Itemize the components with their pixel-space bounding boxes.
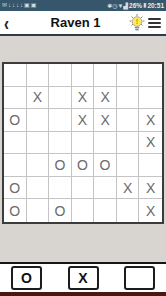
cell-r2c3[interactable] bbox=[49, 87, 72, 110]
battery-icon: ▮ bbox=[143, 0, 146, 11]
cell-r2c5[interactable]: X bbox=[94, 87, 117, 110]
cell-r1c5[interactable] bbox=[94, 64, 117, 87]
cell-r1c3[interactable] bbox=[49, 64, 72, 87]
cell-r3c5[interactable]: X bbox=[94, 109, 117, 132]
cell-r6c4[interactable] bbox=[72, 177, 95, 200]
cell-r4c6[interactable] bbox=[117, 132, 140, 155]
battery-percent: 26% bbox=[129, 0, 142, 11]
cell-r7c3[interactable]: O bbox=[49, 199, 72, 222]
cell-r7c7[interactable]: X bbox=[139, 199, 162, 222]
cell-r7c1[interactable]: O bbox=[4, 199, 27, 222]
cell-r6c2[interactable] bbox=[27, 177, 50, 200]
hint-bulb-icon[interactable]: ! bbox=[129, 14, 145, 32]
mark-x-button[interactable]: X bbox=[68, 266, 99, 290]
cell-r6c1[interactable]: O bbox=[4, 177, 27, 200]
back-button[interactable]: ‹ bbox=[4, 6, 22, 38]
cell-r1c6[interactable] bbox=[117, 64, 140, 87]
cell-r5c5[interactable]: O bbox=[94, 154, 117, 177]
cell-r5c6[interactable] bbox=[117, 154, 140, 177]
mark-o-button[interactable]: O bbox=[11, 266, 42, 290]
cell-r2c2[interactable]: X bbox=[27, 87, 50, 110]
cell-r3c6[interactable] bbox=[117, 109, 140, 132]
cell-r7c6[interactable] bbox=[117, 199, 140, 222]
cell-r4c5[interactable] bbox=[94, 132, 117, 155]
cell-r7c5[interactable] bbox=[94, 199, 117, 222]
app-icon: ▣ bbox=[31, 0, 37, 11]
cell-r2c6[interactable] bbox=[117, 87, 140, 110]
status-system-icons: ✱◷▼▟ bbox=[107, 0, 128, 12]
cell-r3c2[interactable] bbox=[27, 109, 50, 132]
mark-empty-button[interactable] bbox=[124, 266, 155, 290]
svg-text:!: ! bbox=[136, 17, 139, 26]
app-icon: ▣ bbox=[24, 0, 30, 11]
content-area: XXXOXXXXOOOOXXOOX bbox=[0, 36, 166, 262]
cell-r5c1[interactable] bbox=[4, 154, 27, 177]
menu-icon[interactable] bbox=[148, 18, 162, 28]
signal-icon: ▟ bbox=[123, 3, 128, 9]
cell-r5c2[interactable] bbox=[27, 154, 50, 177]
cell-r6c3[interactable] bbox=[49, 177, 72, 200]
cell-r3c1[interactable]: O bbox=[4, 109, 27, 132]
cell-r6c6[interactable]: X bbox=[117, 177, 140, 200]
cell-r2c1[interactable] bbox=[4, 87, 27, 110]
cell-r5c7[interactable] bbox=[139, 154, 162, 177]
cell-r4c2[interactable] bbox=[27, 132, 50, 155]
cell-r1c1[interactable] bbox=[4, 64, 27, 87]
cell-r7c2[interactable] bbox=[27, 199, 50, 222]
cell-r5c3[interactable]: O bbox=[49, 154, 72, 177]
cell-r6c7[interactable]: X bbox=[139, 177, 162, 200]
mark-palette: OX bbox=[0, 264, 166, 292]
puzzle-board: XXXOXXXXOOOOXXOOX bbox=[2, 62, 164, 224]
cell-r3c7[interactable]: X bbox=[139, 109, 162, 132]
cell-r1c7[interactable] bbox=[139, 64, 162, 87]
status-bar: ✉↓↓↓↓▣▣ ✱◷▼▟ 26% ▮ 20:51 bbox=[0, 0, 166, 11]
cell-r4c4[interactable] bbox=[72, 132, 95, 155]
cell-r3c4[interactable]: X bbox=[72, 109, 95, 132]
cell-r3c3[interactable] bbox=[49, 109, 72, 132]
cell-r4c1[interactable] bbox=[4, 132, 27, 155]
page-title: Raven 1 bbox=[22, 15, 129, 30]
screen-bottom-edge bbox=[0, 292, 166, 296]
cell-r2c7[interactable] bbox=[139, 87, 162, 110]
cell-r4c7[interactable]: X bbox=[139, 132, 162, 155]
cell-r1c4[interactable] bbox=[72, 64, 95, 87]
cell-r1c2[interactable] bbox=[27, 64, 50, 87]
cell-r6c5[interactable] bbox=[94, 177, 117, 200]
clock: 20:51 bbox=[147, 0, 164, 11]
cell-r5c4[interactable]: O bbox=[72, 154, 95, 177]
cell-r4c3[interactable] bbox=[49, 132, 72, 155]
header: ‹ Raven 1 ! bbox=[0, 11, 166, 36]
cell-r7c4[interactable] bbox=[72, 199, 95, 222]
cell-r2c4[interactable]: X bbox=[72, 87, 95, 110]
